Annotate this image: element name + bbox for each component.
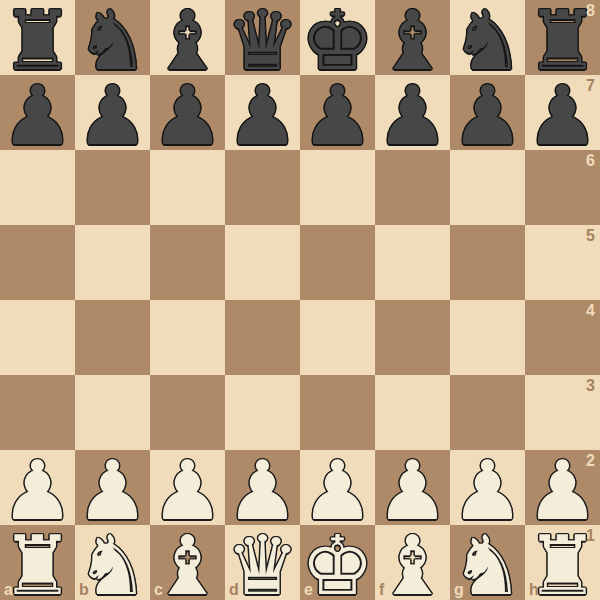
square-f2[interactable]: ♟	[375, 450, 450, 525]
piece-white-bishop[interactable]: ♝	[151, 525, 225, 600]
square-f1[interactable]: ♝f	[375, 525, 450, 600]
square-f6[interactable]	[375, 150, 450, 225]
chess-board: ♜♞♝♛♚♝♞♜8♟♟♟♟♟♟♟♟76543♟♟♟♟♟♟♟♟2♜a♞b♝c♛d♚…	[0, 0, 600, 600]
square-a5[interactable]	[0, 225, 75, 300]
square-e3[interactable]	[300, 375, 375, 450]
square-e5[interactable]	[300, 225, 375, 300]
square-d7[interactable]: ♟	[225, 75, 300, 150]
square-c5[interactable]	[150, 225, 225, 300]
square-d6[interactable]	[225, 150, 300, 225]
piece-white-knight[interactable]: ♞	[451, 525, 525, 600]
piece-white-rook[interactable]: ♜	[526, 525, 600, 600]
square-d1[interactable]: ♛d	[225, 525, 300, 600]
square-e4[interactable]	[300, 300, 375, 375]
square-b6[interactable]	[75, 150, 150, 225]
square-b3[interactable]	[75, 375, 150, 450]
piece-white-bishop[interactable]: ♝	[376, 525, 450, 600]
piece-white-king[interactable]: ♚	[301, 525, 375, 600]
square-g8[interactable]: ♞	[450, 0, 525, 75]
square-h7[interactable]: ♟7	[525, 75, 600, 150]
square-h5[interactable]: 5	[525, 225, 600, 300]
square-b5[interactable]	[75, 225, 150, 300]
square-g3[interactable]	[450, 375, 525, 450]
square-e1[interactable]: ♚e	[300, 525, 375, 600]
coord-rank-4: 4	[586, 303, 595, 319]
square-c3[interactable]	[150, 375, 225, 450]
coord-rank-6: 6	[586, 153, 595, 169]
square-a1[interactable]: ♜a	[0, 525, 75, 600]
square-d5[interactable]	[225, 225, 300, 300]
square-h3[interactable]: 3	[525, 375, 600, 450]
square-a2[interactable]: ♟	[0, 450, 75, 525]
square-d4[interactable]	[225, 300, 300, 375]
square-a8[interactable]: ♜	[0, 0, 75, 75]
square-b1[interactable]: ♞b	[75, 525, 150, 600]
piece-white-knight[interactable]: ♞	[76, 525, 150, 600]
square-f7[interactable]: ♟	[375, 75, 450, 150]
square-f8[interactable]: ♝	[375, 0, 450, 75]
coord-rank-5: 5	[586, 228, 595, 244]
square-c8[interactable]: ♝	[150, 0, 225, 75]
square-c6[interactable]	[150, 150, 225, 225]
piece-black-pawn[interactable]: ♟	[226, 75, 300, 157]
square-b8[interactable]: ♞	[75, 0, 150, 75]
piece-black-pawn[interactable]: ♟	[1, 75, 75, 157]
piece-black-pawn[interactable]: ♟	[376, 75, 450, 157]
square-a7[interactable]: ♟	[0, 75, 75, 150]
piece-white-rook[interactable]: ♜	[1, 525, 75, 600]
square-a6[interactable]	[0, 150, 75, 225]
square-b2[interactable]: ♟	[75, 450, 150, 525]
square-b7[interactable]: ♟	[75, 75, 150, 150]
square-g6[interactable]	[450, 150, 525, 225]
square-h6[interactable]: 6	[525, 150, 600, 225]
square-h2[interactable]: ♟2	[525, 450, 600, 525]
square-g4[interactable]	[450, 300, 525, 375]
square-d2[interactable]: ♟	[225, 450, 300, 525]
square-e8[interactable]: ♚	[300, 0, 375, 75]
square-a4[interactable]	[0, 300, 75, 375]
square-h4[interactable]: 4	[525, 300, 600, 375]
square-h8[interactable]: ♜8	[525, 0, 600, 75]
square-c4[interactable]	[150, 300, 225, 375]
square-f3[interactable]	[375, 375, 450, 450]
piece-black-pawn[interactable]: ♟	[451, 75, 525, 157]
piece-black-pawn[interactable]: ♟	[301, 75, 375, 157]
piece-black-pawn[interactable]: ♟	[76, 75, 150, 157]
square-e6[interactable]	[300, 150, 375, 225]
square-b4[interactable]	[75, 300, 150, 375]
square-g1[interactable]: ♞g	[450, 525, 525, 600]
square-g2[interactable]: ♟	[450, 450, 525, 525]
square-f5[interactable]	[375, 225, 450, 300]
square-e2[interactable]: ♟	[300, 450, 375, 525]
piece-white-queen[interactable]: ♛	[226, 525, 300, 600]
piece-black-pawn[interactable]: ♟	[526, 75, 600, 157]
square-e7[interactable]: ♟	[300, 75, 375, 150]
square-g5[interactable]	[450, 225, 525, 300]
square-d3[interactable]	[225, 375, 300, 450]
coord-rank-3: 3	[586, 378, 595, 394]
square-d8[interactable]: ♛	[225, 0, 300, 75]
piece-black-pawn[interactable]: ♟	[151, 75, 225, 157]
square-c2[interactable]: ♟	[150, 450, 225, 525]
square-c7[interactable]: ♟	[150, 75, 225, 150]
square-f4[interactable]	[375, 300, 450, 375]
square-g7[interactable]: ♟	[450, 75, 525, 150]
square-h1[interactable]: ♜1h	[525, 525, 600, 600]
square-a3[interactable]	[0, 375, 75, 450]
square-c1[interactable]: ♝c	[150, 525, 225, 600]
